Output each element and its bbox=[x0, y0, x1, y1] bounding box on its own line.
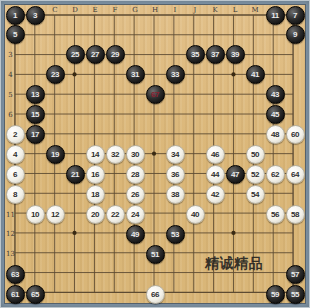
stone-k8-move-46[interactable]: 46 bbox=[206, 145, 225, 164]
stone-a9-move-6[interactable]: 6 bbox=[6, 165, 25, 184]
row-label-3: 3 bbox=[5, 51, 16, 59]
stone-b7-move-17[interactable]: 17 bbox=[26, 125, 45, 144]
stone-n6-move-45[interactable]: 45 bbox=[266, 105, 285, 124]
stone-b5-move-13[interactable]: 13 bbox=[26, 85, 45, 104]
stone-i12-move-53[interactable]: 53 bbox=[166, 225, 185, 244]
stone-b11-move-10[interactable]: 10 bbox=[26, 205, 45, 224]
stone-m10-move-54[interactable]: 54 bbox=[246, 185, 265, 204]
stone-n11-move-56[interactable]: 56 bbox=[266, 205, 285, 224]
stone-a14-move-63[interactable]: 63 bbox=[6, 265, 25, 284]
stone-k9-move-44[interactable]: 44 bbox=[206, 165, 225, 184]
column-label-K: K bbox=[209, 6, 221, 14]
column-label-G: G bbox=[129, 6, 141, 14]
stone-c4-move-23[interactable]: 23 bbox=[46, 65, 65, 84]
stone-c8-move-19[interactable]: 19 bbox=[46, 145, 65, 164]
stone-b1-move-3[interactable]: 3 bbox=[26, 6, 45, 25]
stone-o14-move-57[interactable]: 57 bbox=[286, 265, 305, 284]
stone-d9-move-21[interactable]: 21 bbox=[66, 165, 85, 184]
column-label-I: I bbox=[169, 6, 181, 14]
row-label-11: 11 bbox=[5, 211, 16, 219]
row-label-4: 4 bbox=[5, 71, 16, 79]
stone-n9-move-62[interactable]: 62 bbox=[266, 165, 285, 184]
stone-e10-move-18[interactable]: 18 bbox=[86, 185, 105, 204]
stone-a8-move-4[interactable]: 4 bbox=[6, 145, 25, 164]
stone-i4-move-33[interactable]: 33 bbox=[166, 65, 185, 84]
stone-c11-move-12[interactable]: 12 bbox=[46, 205, 65, 224]
stone-o2-move-9[interactable]: 9 bbox=[286, 25, 305, 44]
stone-o1-move-7[interactable]: 7 bbox=[286, 6, 305, 25]
stone-b15-move-65[interactable]: 65 bbox=[26, 285, 45, 304]
stone-j11-move-40[interactable]: 40 bbox=[186, 205, 205, 224]
stone-l9-move-47[interactable]: 47 bbox=[226, 165, 245, 184]
column-label-F: F bbox=[109, 6, 121, 14]
stone-n15-move-59[interactable]: 59 bbox=[266, 285, 285, 304]
stone-m8-move-50[interactable]: 50 bbox=[246, 145, 265, 164]
stone-h15-move-66[interactable]: 66 bbox=[146, 285, 165, 304]
board-frame: ABCDEFGHIJKLMNO123456789101112131415 123… bbox=[0, 0, 310, 308]
row-label-5: 5 bbox=[5, 91, 16, 99]
stone-f8-move-32[interactable]: 32 bbox=[106, 145, 125, 164]
stone-o9-move-64[interactable]: 64 bbox=[286, 165, 305, 184]
stone-l3-move-39[interactable]: 39 bbox=[226, 45, 245, 64]
stone-h5-move-67[interactable]: 67 bbox=[146, 85, 165, 104]
stone-o7-move-60[interactable]: 60 bbox=[286, 125, 305, 144]
stone-a1-move-1[interactable]: 1 bbox=[6, 6, 25, 25]
stone-g11-move-24[interactable]: 24 bbox=[126, 205, 145, 224]
row-label-12: 12 bbox=[5, 230, 16, 238]
go-board[interactable]: ABCDEFGHIJKLMNO123456789101112131415 123… bbox=[4, 4, 306, 304]
column-label-M: M bbox=[249, 6, 261, 14]
stone-g8-move-30[interactable]: 30 bbox=[126, 145, 145, 164]
stone-g12-move-49[interactable]: 49 bbox=[126, 225, 145, 244]
stone-g4-move-31[interactable]: 31 bbox=[126, 65, 145, 84]
stone-n5-move-43[interactable]: 43 bbox=[266, 85, 285, 104]
stone-g9-move-28[interactable]: 28 bbox=[126, 165, 145, 184]
stone-i8-move-34[interactable]: 34 bbox=[166, 145, 185, 164]
stone-e9-move-16[interactable]: 16 bbox=[86, 165, 105, 184]
stone-b6-move-15[interactable]: 15 bbox=[26, 105, 45, 124]
column-label-H: H bbox=[149, 6, 161, 14]
row-label-6: 6 bbox=[5, 111, 16, 119]
stone-n7-move-48[interactable]: 48 bbox=[266, 125, 285, 144]
stone-j3-move-35[interactable]: 35 bbox=[186, 45, 205, 64]
stone-i10-move-38[interactable]: 38 bbox=[166, 185, 185, 204]
row-label-13: 13 bbox=[5, 250, 16, 258]
stone-n1-move-11[interactable]: 11 bbox=[266, 6, 285, 25]
stone-m9-move-52[interactable]: 52 bbox=[246, 165, 265, 184]
stone-i9-move-36[interactable]: 36 bbox=[166, 165, 185, 184]
stone-e11-move-20[interactable]: 20 bbox=[86, 205, 105, 224]
stone-o11-move-58[interactable]: 58 bbox=[286, 205, 305, 224]
stone-h13-move-51[interactable]: 51 bbox=[146, 245, 165, 264]
stone-m4-move-41[interactable]: 41 bbox=[246, 65, 265, 84]
stone-k3-move-37[interactable]: 37 bbox=[206, 45, 225, 64]
column-label-C: C bbox=[49, 6, 61, 14]
stone-a15-move-61[interactable]: 61 bbox=[6, 285, 25, 304]
stone-o15-move-55[interactable]: 55 bbox=[286, 285, 305, 304]
stone-d3-move-25[interactable]: 25 bbox=[66, 45, 85, 64]
stone-a2-move-5[interactable]: 5 bbox=[6, 25, 25, 44]
stone-f11-move-22[interactable]: 22 bbox=[106, 205, 125, 224]
column-label-J: J bbox=[189, 6, 201, 14]
column-label-D: D bbox=[69, 6, 81, 14]
column-label-L: L bbox=[229, 6, 241, 14]
stone-f3-move-29[interactable]: 29 bbox=[106, 45, 125, 64]
column-label-E: E bbox=[89, 6, 101, 14]
stone-k10-move-42[interactable]: 42 bbox=[206, 185, 225, 204]
stone-a10-move-8[interactable]: 8 bbox=[6, 185, 25, 204]
stone-e3-move-27[interactable]: 27 bbox=[86, 45, 105, 64]
watermark: 精诚精品 bbox=[205, 255, 267, 273]
stone-e8-move-14[interactable]: 14 bbox=[86, 145, 105, 164]
stone-g10-move-26[interactable]: 26 bbox=[126, 185, 145, 204]
stone-a7-move-2[interactable]: 2 bbox=[6, 125, 25, 144]
